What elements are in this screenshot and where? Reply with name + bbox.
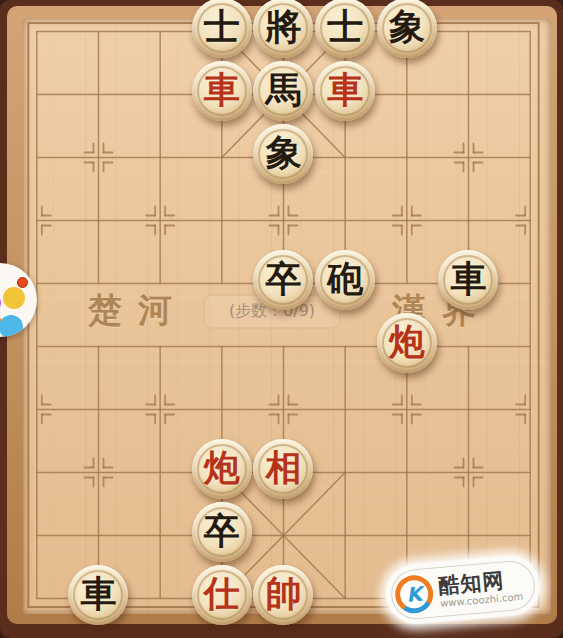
piece-black-將-f4r0[interactable]: 將 — [253, 0, 313, 58]
piece-glyph: 卒 — [265, 261, 301, 297]
piece-black-卒-f4r4[interactable]: 卒 — [253, 250, 313, 310]
intersection-f3r0[interactable]: 士 — [191, 0, 253, 63]
intersection-f1r0[interactable] — [68, 0, 130, 63]
intersection-f5r6[interactable] — [314, 378, 376, 441]
intersection-f3r4[interactable] — [191, 252, 253, 315]
intersection-f5r7[interactable] — [314, 441, 376, 504]
piece-red-帥-f4r9[interactable]: 帥 — [253, 565, 313, 625]
intersection-f3r7[interactable]: 炮 — [191, 441, 253, 504]
piece-black-馬-f4r1[interactable]: 馬 — [253, 61, 313, 121]
intersection-f2r2[interactable] — [129, 126, 191, 189]
piece-glyph: 卒 — [204, 513, 240, 549]
ball-yellow-dot-icon — [3, 287, 25, 309]
board-intersections-grid: 士將士象車馬車象卒砲車炮炮相卒車仕帥 — [6, 0, 561, 630]
intersection-f2r6[interactable] — [129, 378, 191, 441]
intersection-f7r1[interactable] — [438, 63, 500, 126]
intersection-f7r7[interactable] — [438, 441, 500, 504]
piece-black-卒-f3r8[interactable]: 卒 — [192, 502, 252, 562]
piece-red-相-f4r7[interactable]: 相 — [253, 439, 313, 499]
intersection-f4r8[interactable] — [253, 504, 315, 567]
intersection-f4r2[interactable]: 象 — [253, 126, 315, 189]
intersection-f7r0[interactable] — [438, 0, 500, 63]
piece-glyph: 士 — [204, 9, 240, 45]
piece-black-車-f1r9[interactable]: 車 — [68, 565, 128, 625]
intersection-f6r8[interactable] — [376, 504, 438, 567]
intersection-f2r3[interactable] — [129, 189, 191, 252]
intersection-f4r7[interactable]: 相 — [253, 441, 315, 504]
intersection-f5r5[interactable] — [314, 315, 376, 378]
intersection-f0r1[interactable] — [6, 63, 68, 126]
intersection-f5r8[interactable] — [314, 504, 376, 567]
intersection-f7r2[interactable] — [438, 126, 500, 189]
intersection-f2r5[interactable] — [129, 315, 191, 378]
intersection-f3r5[interactable] — [191, 315, 253, 378]
intersection-f5r9[interactable] — [314, 567, 376, 630]
intersection-f3r8[interactable]: 卒 — [191, 504, 253, 567]
piece-glyph: 士 — [327, 9, 363, 45]
intersection-f0r9[interactable] — [6, 567, 68, 630]
intersection-f7r6[interactable] — [438, 378, 500, 441]
intersection-f0r6[interactable] — [6, 378, 68, 441]
intersection-f1r6[interactable] — [68, 378, 130, 441]
intersection-f1r2[interactable] — [68, 126, 130, 189]
intersection-f6r0[interactable]: 象 — [376, 0, 438, 63]
intersection-f2r1[interactable] — [129, 63, 191, 126]
coozhi-logo-icon: K — [394, 574, 435, 615]
intersection-f4r4[interactable]: 卒 — [253, 252, 315, 315]
piece-black-士-f5r0[interactable]: 士 — [315, 0, 375, 58]
intersection-f6r4[interactable] — [376, 252, 438, 315]
intersection-f0r0[interactable] — [6, 0, 68, 63]
intersection-f1r9[interactable]: 車 — [68, 567, 130, 630]
intersection-f0r3[interactable] — [6, 189, 68, 252]
piece-black-象-f4r2[interactable]: 象 — [253, 124, 313, 184]
intersection-f8r2[interactable] — [499, 126, 561, 189]
intersection-f2r0[interactable] — [129, 0, 191, 63]
intersection-f3r6[interactable] — [191, 378, 253, 441]
intersection-f5r1[interactable]: 車 — [314, 63, 376, 126]
intersection-f6r2[interactable] — [376, 126, 438, 189]
piece-black-象-f6r0[interactable]: 象 — [377, 0, 437, 58]
intersection-f4r3[interactable] — [253, 189, 315, 252]
intersection-f3r2[interactable] — [191, 126, 253, 189]
intersection-f1r5[interactable] — [68, 315, 130, 378]
intersection-f4r1[interactable]: 馬 — [253, 63, 315, 126]
intersection-f3r1[interactable]: 車 — [191, 63, 253, 126]
intersection-f2r4[interactable] — [129, 252, 191, 315]
intersection-f6r7[interactable] — [376, 441, 438, 504]
piece-glyph: 將 — [265, 9, 301, 45]
intersection-f5r3[interactable] — [314, 189, 376, 252]
piece-glyph: 炮 — [389, 324, 425, 360]
intersection-f0r8[interactable] — [6, 504, 68, 567]
piece-black-車-f7r4[interactable]: 車 — [438, 250, 498, 310]
notification-dot — [17, 277, 28, 288]
piece-red-仕-f3r9[interactable]: 仕 — [192, 565, 252, 625]
intersection-f1r1[interactable] — [68, 63, 130, 126]
intersection-f5r0[interactable]: 士 — [314, 0, 376, 63]
intersection-f6r3[interactable] — [376, 189, 438, 252]
intersection-f8r6[interactable] — [499, 378, 561, 441]
piece-glyph: 帥 — [265, 576, 301, 612]
intersection-f2r9[interactable] — [129, 567, 191, 630]
piece-glyph: 車 — [204, 72, 240, 108]
intersection-f6r6[interactable] — [376, 378, 438, 441]
intersection-f1r4[interactable] — [68, 252, 130, 315]
intersection-f1r8[interactable] — [68, 504, 130, 567]
intersection-f0r2[interactable] — [6, 126, 68, 189]
piece-glyph: 車 — [80, 576, 116, 612]
intersection-f8r3[interactable] — [499, 189, 561, 252]
piece-glyph: 仕 — [204, 576, 240, 612]
intersection-f1r3[interactable] — [68, 189, 130, 252]
piece-glyph: 馬 — [265, 72, 301, 108]
piece-glyph: 炮 — [204, 450, 240, 486]
piece-red-車-f5r1[interactable]: 車 — [315, 61, 375, 121]
intersection-f3r3[interactable] — [191, 189, 253, 252]
intersection-f5r4[interactable]: 砲 — [314, 252, 376, 315]
piece-glyph: 車 — [450, 261, 486, 297]
coozhi-logo-letter: K — [405, 582, 423, 607]
intersection-f7r4[interactable]: 車 — [438, 252, 500, 315]
intersection-f3r9[interactable]: 仕 — [191, 567, 253, 630]
ball-purple-dot-icon — [0, 293, 1, 313]
intersection-f6r1[interactable] — [376, 63, 438, 126]
piece-black-砲-f5r4[interactable]: 砲 — [315, 250, 375, 310]
piece-glyph: 象 — [389, 9, 425, 45]
intersection-f5r2[interactable] — [314, 126, 376, 189]
piece-glyph: 象 — [265, 135, 301, 171]
intersection-f7r3[interactable] — [438, 189, 500, 252]
piece-glyph: 砲 — [327, 261, 363, 297]
intersection-f4r0[interactable]: 將 — [253, 0, 315, 63]
intersection-f8r1[interactable] — [499, 63, 561, 126]
intersection-f2r7[interactable] — [129, 441, 191, 504]
intersection-f8r0[interactable] — [499, 0, 561, 63]
intersection-f4r6[interactable] — [253, 378, 315, 441]
intersection-f8r7[interactable] — [499, 441, 561, 504]
intersection-f4r9[interactable]: 帥 — [253, 567, 315, 630]
intersection-f6r5[interactable]: 炮 — [376, 315, 438, 378]
xiangqi-board-screen: 楚河 漢界 (步数：0/9) 士將士象車馬車象卒砲車炮炮相卒車仕帥 K 酷知网 … — [0, 0, 563, 638]
intersection-f8r4[interactable] — [499, 252, 561, 315]
intersection-f0r7[interactable] — [6, 441, 68, 504]
intersection-f4r5[interactable] — [253, 315, 315, 378]
intersection-f7r5[interactable] — [438, 315, 500, 378]
piece-glyph: 相 — [265, 450, 301, 486]
piece-black-士-f3r0[interactable]: 士 — [192, 0, 252, 58]
piece-red-車-f3r1[interactable]: 車 — [192, 61, 252, 121]
intersection-f1r7[interactable] — [68, 441, 130, 504]
piece-red-炮-f6r5[interactable]: 炮 — [377, 313, 437, 373]
intersection-f8r5[interactable] — [499, 315, 561, 378]
intersection-f2r8[interactable] — [129, 504, 191, 567]
piece-glyph: 車 — [327, 72, 363, 108]
piece-red-炮-f3r7[interactable]: 炮 — [192, 439, 252, 499]
